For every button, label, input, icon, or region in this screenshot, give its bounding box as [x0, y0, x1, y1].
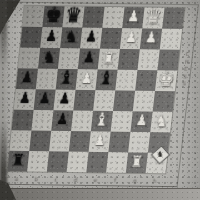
file-label-g: g	[125, 178, 145, 184]
file-label-b: b	[26, 176, 46, 182]
square-e7[interactable]	[100, 28, 122, 49]
square-g6[interactable]	[137, 49, 159, 70]
square-f6[interactable]	[118, 49, 140, 70]
square-f4[interactable]	[113, 90, 135, 111]
black-pawn[interactable]: ♟	[56, 111, 69, 126]
square-g3[interactable]: ♟	[130, 111, 152, 132]
square-f5[interactable]	[115, 70, 137, 91]
square-g4[interactable]	[133, 91, 155, 112]
file-label-h: h	[144, 178, 164, 184]
black-pawn[interactable]: ♟	[38, 90, 51, 105]
square-d8[interactable]	[82, 7, 104, 28]
file-coordinate-labels: abcdefgh	[6, 176, 165, 184]
square-g8[interactable]: ♛	[142, 7, 164, 28]
black-pawn[interactable]: ♟	[82, 49, 95, 64]
black-pawn[interactable]: ♟	[45, 28, 58, 43]
white-king[interactable]: ♚	[157, 68, 175, 89]
black-bishop[interactable]: ♝	[59, 68, 75, 87]
square-c4[interactable]: ♟	[53, 90, 75, 111]
square-e8[interactable]	[102, 7, 124, 28]
white-pawn[interactable]: ♟	[135, 112, 148, 127]
square-c7[interactable]: ♞	[60, 27, 82, 48]
square-a4[interactable]: ♟	[14, 89, 36, 110]
square-d5[interactable]: ♟	[76, 69, 98, 90]
square-c2[interactable]	[49, 131, 71, 152]
square-b6[interactable]: ♞	[38, 48, 60, 69]
square-b1[interactable]	[27, 151, 49, 172]
square-b8[interactable]: ♚	[42, 6, 64, 27]
square-h7[interactable]	[160, 29, 182, 50]
white-pawn[interactable]: ♟	[125, 29, 138, 44]
chess-board: ♚♛♟♛♟♞♟♟♟♞♟♜♟♝♟♝♚♟♟♟♟♝♟♞♟♜♜♞ abcdefgh CH…	[0, 2, 199, 187]
square-b2[interactable]	[29, 131, 51, 152]
square-h4[interactable]	[153, 91, 175, 112]
square-f7[interactable]: ♟	[120, 28, 142, 49]
square-d7[interactable]: ♟	[80, 28, 102, 49]
square-a3[interactable]	[12, 110, 34, 131]
square-e3[interactable]: ♝	[91, 111, 113, 132]
square-h5[interactable]: ♚	[155, 70, 177, 91]
black-rook[interactable]: ♜	[11, 151, 25, 167]
square-a2[interactable]	[9, 130, 31, 151]
white-pawn[interactable]: ♟	[127, 8, 140, 23]
white-knight[interactable]: ♞	[154, 112, 168, 128]
white-rook[interactable]: ♜	[102, 49, 116, 66]
knight-logo-icon: ♞	[157, 151, 165, 159]
square-f8[interactable]: ♟	[122, 7, 144, 28]
square-b7[interactable]: ♟	[40, 27, 62, 48]
square-d2[interactable]	[69, 131, 91, 152]
square-f1[interactable]	[106, 152, 128, 173]
white-pawn[interactable]: ♟	[93, 132, 106, 147]
square-a6[interactable]	[18, 48, 40, 69]
square-g1[interactable]: ♜	[126, 152, 148, 173]
square-f3[interactable]	[111, 111, 133, 132]
square-h3[interactable]: ♞	[150, 112, 172, 133]
square-d3[interactable]	[71, 110, 93, 131]
white-pawn[interactable]: ♟	[80, 70, 93, 85]
black-pawn[interactable]: ♟	[85, 28, 98, 43]
chess-board-photo: ♚♛♟♛♟♞♟♟♟♞♟♜♟♝♟♝♚♟♟♟♟♝♟♞♟♜♜♞ abcdefgh CH…	[0, 0, 200, 200]
file-label-c: c	[46, 177, 66, 183]
black-knight[interactable]: ♞	[42, 48, 56, 65]
square-h1[interactable]: ♞	[146, 153, 168, 174]
square-b5[interactable]	[36, 69, 58, 90]
square-a1[interactable]: ♜	[7, 151, 29, 172]
white-bishop[interactable]: ♝	[94, 110, 110, 129]
board-brand-text: CHESS	[180, 51, 190, 88]
black-king[interactable]: ♚	[44, 4, 62, 25]
square-d4[interactable]	[73, 90, 95, 111]
black-queen[interactable]: ♛	[64, 4, 82, 25]
square-c1[interactable]	[47, 151, 69, 172]
white-pawn[interactable]: ♟	[145, 29, 158, 44]
square-c5[interactable]: ♝	[56, 69, 78, 90]
white-queen[interactable]: ♛	[144, 5, 163, 26]
square-b4[interactable]: ♟	[34, 89, 56, 110]
square-e2[interactable]: ♟	[89, 131, 111, 152]
square-g2[interactable]	[128, 132, 150, 153]
square-a8[interactable]	[22, 6, 44, 27]
black-bishop[interactable]: ♝	[99, 69, 115, 88]
square-c3[interactable]: ♟	[51, 110, 73, 131]
square-d6[interactable]: ♟	[78, 48, 100, 69]
square-b3[interactable]	[31, 110, 53, 131]
square-a5[interactable]: ♟	[16, 68, 38, 89]
file-label-d: d	[65, 177, 85, 183]
black-pawn[interactable]: ♟	[58, 90, 71, 105]
square-c8[interactable]: ♛	[62, 6, 84, 27]
table-edge-strip	[0, 188, 200, 200]
black-pawn[interactable]: ♟	[21, 69, 34, 84]
board-grid: ♚♛♟♛♟♞♟♟♟♞♟♜♟♝♟♝♚♟♟♟♟♝♟♞♟♜♜♞	[7, 6, 184, 174]
square-f2[interactable]	[108, 132, 130, 153]
square-a7[interactable]	[20, 27, 42, 48]
black-knight[interactable]: ♞	[64, 28, 78, 45]
square-g5[interactable]	[135, 70, 157, 91]
file-label-f: f	[105, 177, 125, 183]
square-e5[interactable]: ♝	[95, 69, 117, 90]
square-e1[interactable]	[86, 152, 108, 173]
file-label-a: a	[6, 176, 26, 182]
white-rook[interactable]: ♜	[130, 153, 144, 169]
square-g7[interactable]: ♟	[140, 28, 162, 49]
square-h8[interactable]	[162, 8, 184, 29]
black-pawn[interactable]: ♟	[18, 90, 31, 105]
file-label-e: e	[85, 177, 105, 183]
square-d1[interactable]	[67, 152, 89, 173]
